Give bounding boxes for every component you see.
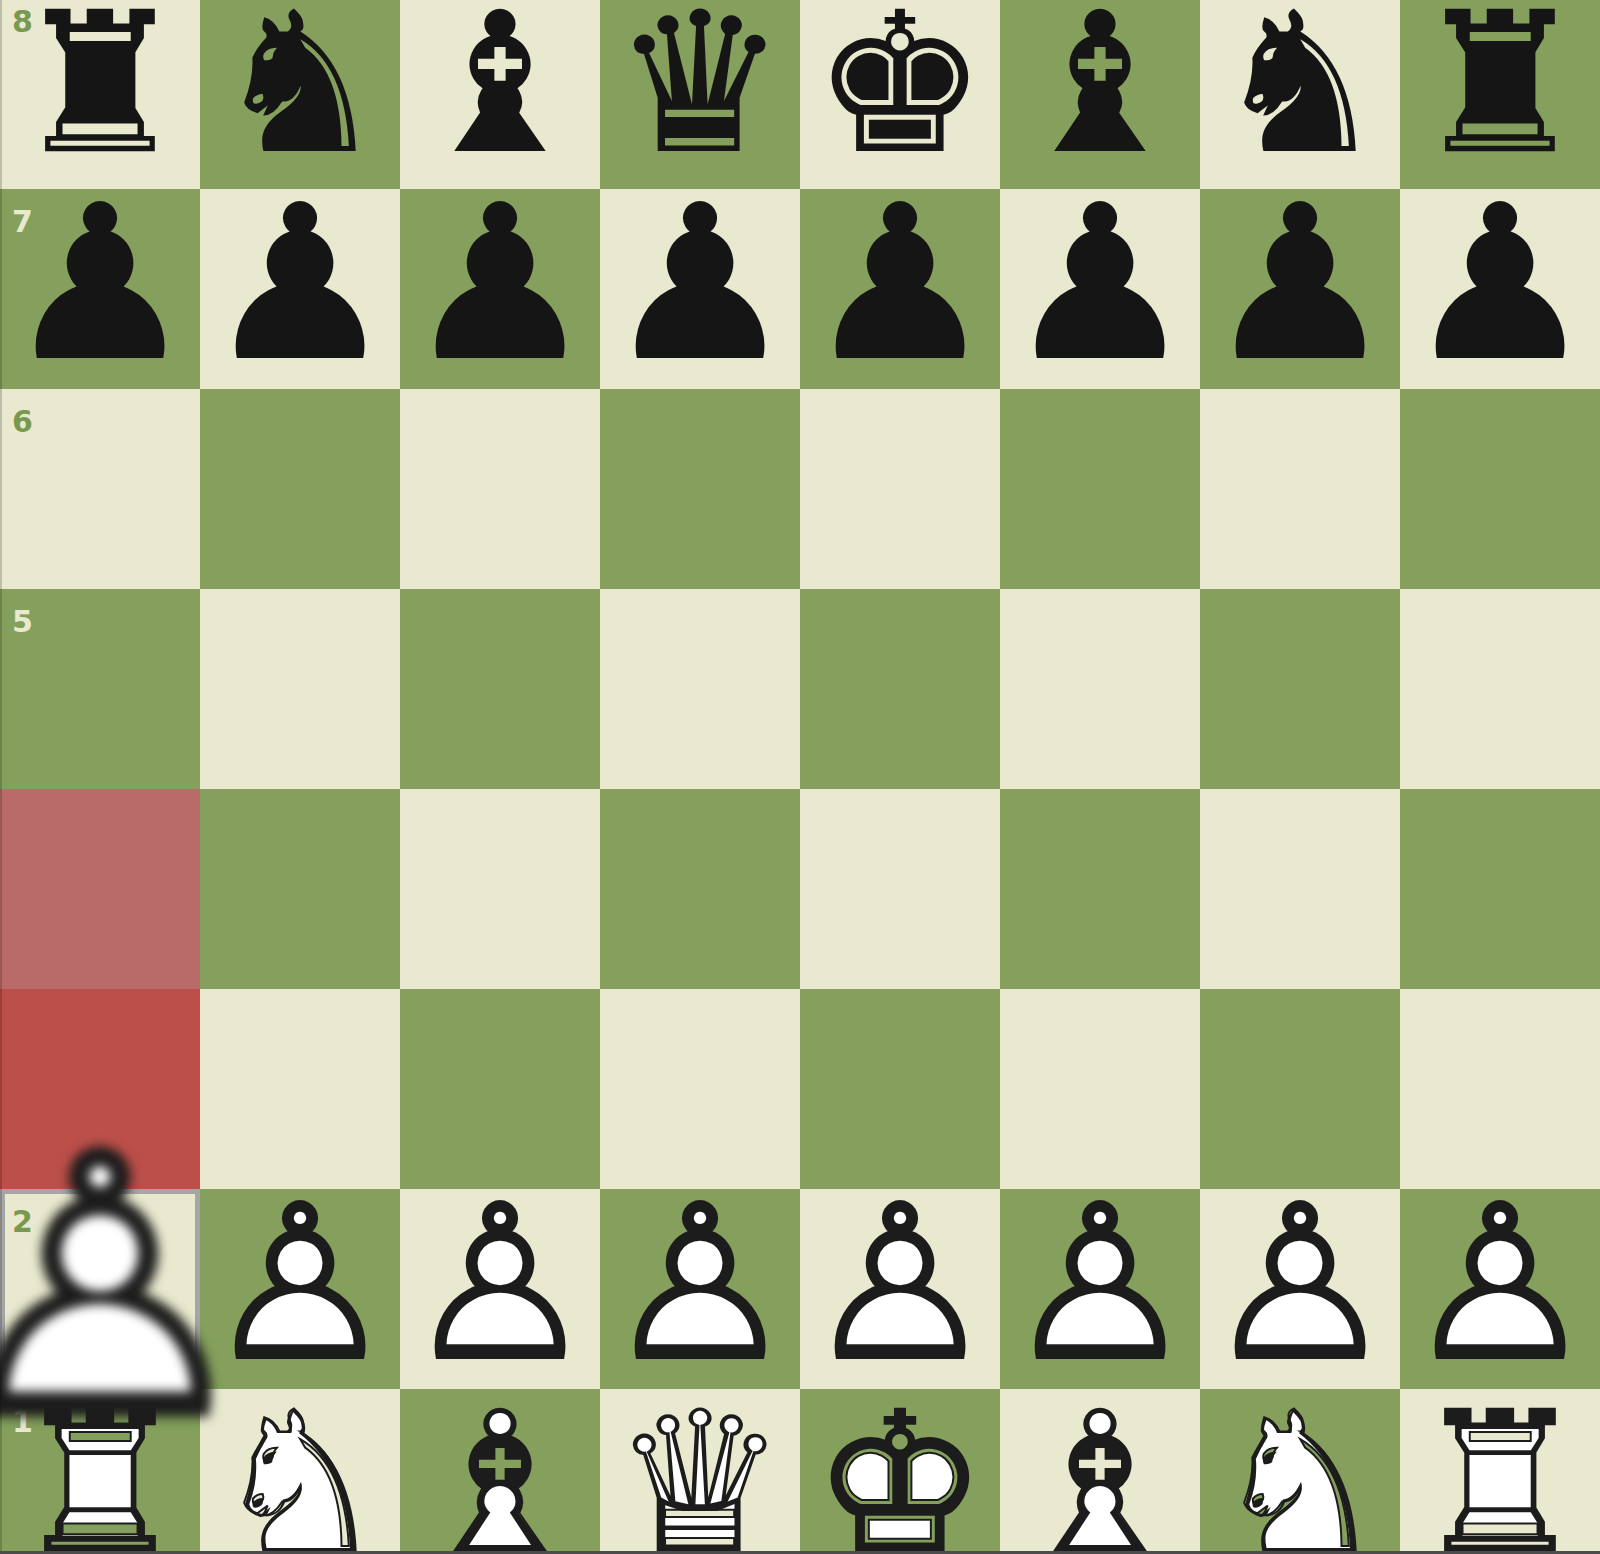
- piece-black-pawn[interactable]: ♟: [1400, 189, 1600, 389]
- square-c2[interactable]: ♟♙: [400, 1189, 600, 1389]
- piece-white-pawn[interactable]: ♟♙: [600, 1189, 800, 1389]
- window-left-edge: [0, 0, 2, 1554]
- piece-black-pawn[interactable]: ♟: [1200, 189, 1400, 389]
- square-b6[interactable]: [200, 389, 400, 589]
- square-e5[interactable]: [800, 589, 1000, 789]
- piece-black-pawn[interactable]: ♟: [600, 189, 800, 389]
- square-h4[interactable]: [1400, 789, 1600, 989]
- square-c4[interactable]: [400, 789, 600, 989]
- square-a5[interactable]: 5: [0, 589, 200, 789]
- piece-white-pawn[interactable]: ♟♙: [1000, 1189, 1200, 1389]
- square-b5[interactable]: [200, 589, 400, 789]
- square-g5[interactable]: [1200, 589, 1400, 789]
- piece-black-pawn[interactable]: ♟: [400, 189, 600, 389]
- square-g2[interactable]: ♟♙: [1200, 1189, 1400, 1389]
- square-h2[interactable]: ♟♙: [1400, 1189, 1600, 1389]
- square-f5[interactable]: [1000, 589, 1200, 789]
- piece-white-queen[interactable]: ♛♕: [600, 1389, 800, 1554]
- square-g7[interactable]: ♟: [1200, 189, 1400, 389]
- piece-white-pawn[interactable]: ♟♙: [0, 1128, 270, 1468]
- piece-white-rook[interactable]: ♜♖: [1400, 1389, 1600, 1554]
- square-h7[interactable]: ♟: [1400, 189, 1600, 389]
- square-b7[interactable]: ♟: [200, 189, 400, 389]
- square-h1[interactable]: ♜♖: [1400, 1389, 1600, 1554]
- rank-label-6: 6: [12, 407, 33, 437]
- square-f1[interactable]: ♝♗: [1000, 1389, 1200, 1554]
- piece-white-pawn[interactable]: ♟♙: [1200, 1189, 1400, 1389]
- piece-white-pawn[interactable]: ♟♙: [400, 1189, 600, 1389]
- square-a6[interactable]: 6: [0, 389, 200, 589]
- piece-black-pawn[interactable]: ♟: [0, 189, 200, 389]
- square-d2[interactable]: ♟♙: [600, 1189, 800, 1389]
- square-f7[interactable]: ♟: [1000, 189, 1200, 389]
- square-a4[interactable]: [0, 789, 200, 989]
- square-g6[interactable]: [1200, 389, 1400, 589]
- piece-black-pawn[interactable]: ♟: [1000, 189, 1200, 389]
- square-d7[interactable]: ♟: [600, 189, 800, 389]
- square-d1[interactable]: ♛♕: [600, 1389, 800, 1554]
- piece-white-bishop[interactable]: ♝♗: [1000, 1389, 1200, 1554]
- square-e1[interactable]: ♚♔: [800, 1389, 1000, 1554]
- piece-white-pawn[interactable]: ♟♙: [1400, 1189, 1600, 1389]
- square-e7[interactable]: ♟: [800, 189, 1000, 389]
- square-b4[interactable]: [200, 789, 400, 989]
- square-e4[interactable]: [800, 789, 1000, 989]
- square-d6[interactable]: [600, 389, 800, 589]
- piece-white-bishop[interactable]: ♝♗: [400, 1389, 600, 1554]
- square-f2[interactable]: ♟♙: [1000, 1189, 1200, 1389]
- square-d5[interactable]: [600, 589, 800, 789]
- piece-white-pawn[interactable]: ♟♙: [800, 1189, 1000, 1389]
- piece-white-knight[interactable]: ♞♘: [1200, 1389, 1400, 1554]
- square-d4[interactable]: [600, 789, 800, 989]
- piece-black-pawn[interactable]: ♟: [800, 189, 1000, 389]
- square-f4[interactable]: [1000, 789, 1200, 989]
- square-e6[interactable]: [800, 389, 1000, 589]
- square-a7[interactable]: 7♟: [0, 189, 200, 389]
- square-c1[interactable]: ♝♗: [400, 1389, 600, 1554]
- square-c6[interactable]: [400, 389, 600, 589]
- square-c5[interactable]: [400, 589, 600, 789]
- piece-white-king[interactable]: ♚♔: [800, 1389, 1000, 1554]
- square-c7[interactable]: ♟: [400, 189, 600, 389]
- piece-black-pawn[interactable]: ♟: [200, 189, 400, 389]
- chess-board: 8♜♞♝♛♚♝♞♜7♟♟♟♟♟♟♟♟652♟♙♟♙♟♙♟♙♟♙♟♙♟♙♟♙1♜♖…: [0, 0, 1600, 1554]
- square-h6[interactable]: [1400, 389, 1600, 589]
- square-a2[interactable]: 2♟♙: [0, 1189, 200, 1389]
- board-viewport: 8♜♞♝♛♚♝♞♜7♟♟♟♟♟♟♟♟652♟♙♟♙♟♙♟♙♟♙♟♙♟♙♟♙1♜♖…: [0, 0, 1600, 1554]
- square-e2[interactable]: ♟♙: [800, 1189, 1000, 1389]
- square-g1[interactable]: ♞♘: [1200, 1389, 1400, 1554]
- square-g4[interactable]: [1200, 789, 1400, 989]
- rank-label-5: 5: [12, 607, 33, 637]
- square-h5[interactable]: [1400, 589, 1600, 789]
- square-f6[interactable]: [1000, 389, 1200, 589]
